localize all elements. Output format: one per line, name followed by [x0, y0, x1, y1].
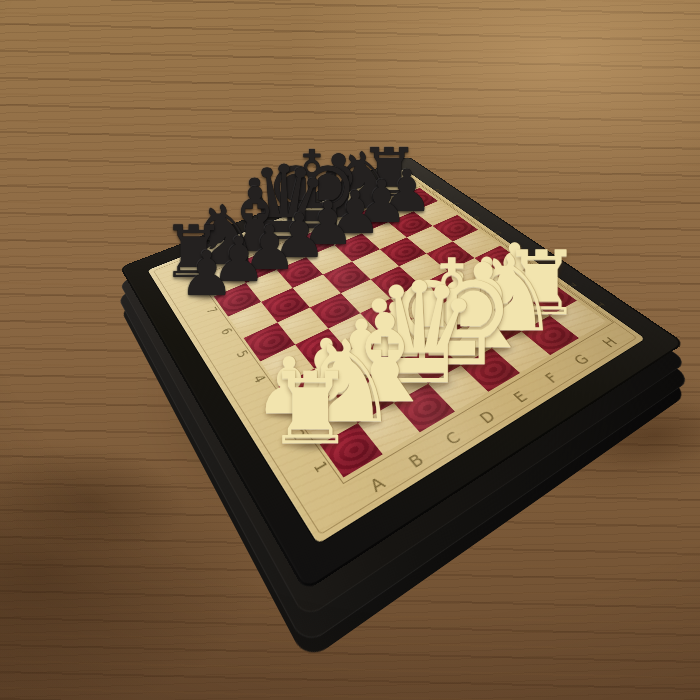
coord-file-c-bottom: C — [439, 427, 467, 450]
travel-chess-set-photo: 8877665544332211AABBCCDDEEFFGGHH ♜♞♟♝♟♚♟… — [0, 0, 700, 700]
black-pawn-glyph: ♟ — [179, 243, 235, 305]
coord-file-b-bottom: B — [402, 449, 431, 473]
coord-file-f-bottom: F — [538, 368, 565, 387]
coord-file-h-bottom: H — [597, 334, 623, 351]
coord-file-g-bottom: G — [568, 351, 594, 369]
coord-rank-1-right: 1 — [589, 298, 612, 313]
coord-file-a-bottom: A — [363, 472, 393, 498]
white-rook-glyph: ♜ — [266, 359, 355, 458]
